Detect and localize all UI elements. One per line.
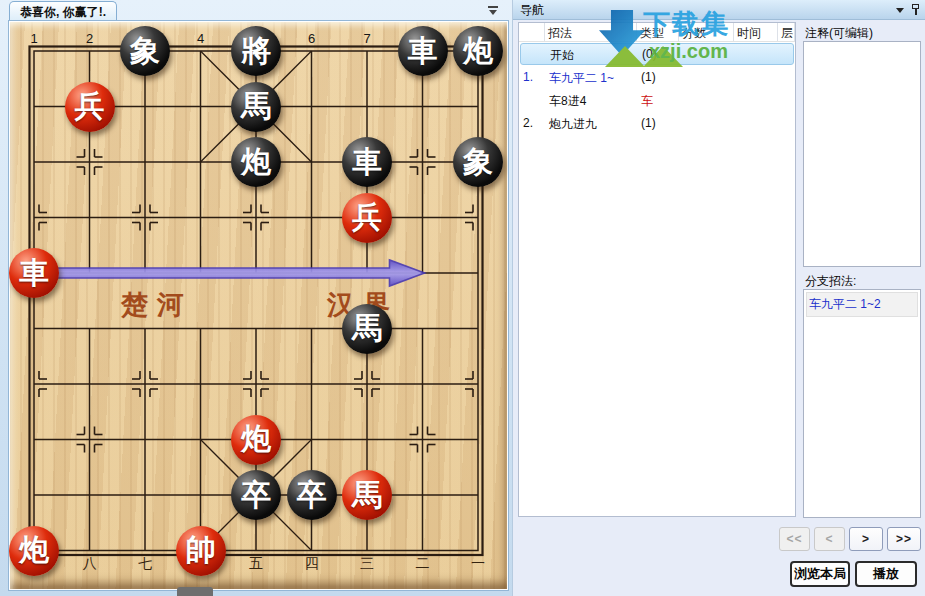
move-cell	[735, 112, 779, 134]
move-cell: 炮九进九	[546, 112, 638, 134]
xiangqi-board[interactable]: 123456789 九八七六五四三二一 楚河 汉界 象將車炮馬炮車象馬卒卒兵兵車…	[8, 20, 509, 591]
move-cell: 1.	[520, 66, 546, 88]
result-tab[interactable]: 恭喜你, 你赢了!.	[9, 1, 117, 21]
move-cell	[680, 89, 735, 111]
move-row[interactable]: 1.车九平二 1~(1)	[520, 66, 794, 88]
browse-game-button[interactable]: 浏览本局	[790, 561, 850, 587]
moves-header-cell: 分数	[679, 23, 734, 41]
move-cell	[779, 66, 794, 88]
piece-red-soldier[interactable]: 兵	[342, 193, 392, 243]
piece-red-soldier[interactable]: 兵	[65, 82, 115, 132]
play-button[interactable]: 播放	[855, 561, 917, 587]
piece-black-cannon[interactable]: 炮	[231, 137, 281, 187]
piece-black-general[interactable]: 將	[231, 26, 281, 76]
move-row[interactable]: 开始(0)	[520, 43, 794, 65]
move-cell: (0)	[639, 44, 681, 64]
piece-black-chariot[interactable]: 車	[398, 26, 448, 76]
branch-item[interactable]: 车九平二 1~2	[806, 292, 918, 317]
move-cell	[735, 89, 779, 111]
moves-header-cell	[519, 23, 545, 41]
move-cell: 车8进4	[546, 89, 638, 111]
comment-label: 注释(可编辑)	[805, 25, 873, 42]
move-cell: 开始	[547, 44, 639, 64]
branch-list[interactable]: 车九平二 1~2	[803, 289, 921, 518]
move-cell: 车九平二 1~	[546, 66, 638, 88]
comment-textarea[interactable]	[803, 41, 921, 267]
move-cell: 2.	[520, 112, 546, 134]
last-move-button[interactable]: >>	[887, 527, 921, 551]
piece-black-elephant[interactable]: 象	[453, 137, 503, 187]
moves-rows: 开始(0)1.车九平二 1~(1)车8进4车2.炮九进九(1)	[519, 43, 795, 134]
move-cell	[780, 44, 793, 64]
app-window: 恭喜你, 你赢了!. 123456789 九八七六五四三二一 楚河 汉界 象將車…	[0, 0, 925, 596]
piece-red-cannon[interactable]: 炮	[231, 415, 281, 465]
collapse-panel-icon[interactable]	[487, 5, 499, 17]
navigation-pane: 导航 招法类型分数时间层 开始(0)1.车九平二 1~(1)车8进4车2.炮九进…	[512, 0, 925, 596]
moves-header-cell: 层	[778, 23, 795, 41]
piece-black-horse[interactable]: 馬	[342, 304, 392, 354]
move-cell	[735, 66, 779, 88]
piece-red-chariot[interactable]: 車	[9, 248, 59, 298]
piece-black-horse[interactable]: 馬	[231, 82, 281, 132]
moves-table-header: 招法类型分数时间层	[519, 23, 795, 42]
board-pane: 恭喜你, 你赢了!. 123456789 九八七六五四三二一 楚河 汉界 象將車…	[0, 0, 512, 596]
nav-title: 导航	[520, 2, 544, 19]
next-move-button[interactable]: >	[849, 527, 883, 551]
piece-red-horse[interactable]: 馬	[342, 470, 392, 520]
piece-black-cannon[interactable]: 炮	[453, 26, 503, 76]
move-cell	[736, 44, 780, 64]
move-cell: (1)	[638, 112, 680, 134]
move-cell	[779, 89, 794, 111]
piece-black-chariot[interactable]: 車	[342, 137, 392, 187]
moves-header-cell: 时间	[734, 23, 778, 41]
move-row[interactable]: 2.炮九进九(1)	[520, 112, 794, 134]
piece-red-cannon[interactable]: 炮	[9, 526, 59, 576]
move-cell: 车	[638, 89, 680, 111]
move-cell	[680, 66, 735, 88]
first-move-button[interactable]: <<	[779, 527, 810, 551]
move-cell	[681, 44, 736, 64]
pin-icon[interactable]	[911, 4, 920, 16]
panel-menu-icon[interactable]	[896, 8, 904, 13]
piece-black-soldier[interactable]: 卒	[231, 470, 281, 520]
prev-move-button[interactable]: <	[814, 527, 845, 551]
piece-black-elephant[interactable]: 象	[120, 26, 170, 76]
move-row[interactable]: 车8进4车	[520, 89, 794, 111]
moves-table[interactable]: 招法类型分数时间层 开始(0)1.车九平二 1~(1)车8进4车2.炮九进九(1…	[518, 22, 796, 517]
move-cell	[680, 112, 735, 134]
move-cell	[520, 89, 546, 111]
moves-header-cell: 类型	[637, 23, 679, 41]
move-cell: (1)	[638, 66, 680, 88]
board-pieces: 象將車炮馬炮車象馬卒卒兵兵車炮馬炮帥	[9, 21, 508, 590]
moves-header-cell: 招法	[545, 23, 637, 41]
move-cell	[521, 44, 547, 64]
nav-titlebar: 导航	[513, 0, 925, 20]
branch-label: 分支招法:	[805, 273, 856, 290]
piece-red-king[interactable]: 帥	[176, 526, 226, 576]
piece-black-soldier[interactable]: 卒	[287, 470, 337, 520]
move-cell	[779, 112, 794, 134]
